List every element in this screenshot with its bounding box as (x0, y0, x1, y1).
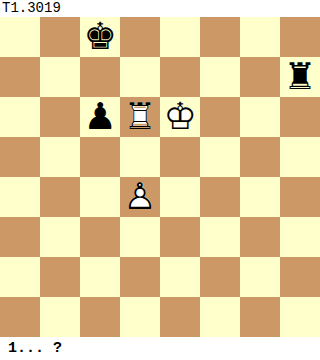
square-h7[interactable]: ♜ (280, 57, 320, 97)
square-c2[interactable] (80, 257, 120, 297)
square-e2[interactable] (160, 257, 200, 297)
black-king-glyph: ♚ (80, 17, 120, 57)
square-a4[interactable] (0, 177, 40, 217)
black-rook-glyph: ♜ (280, 57, 320, 97)
square-b7[interactable] (40, 57, 80, 97)
square-b6[interactable] (40, 97, 80, 137)
square-g4[interactable] (240, 177, 280, 217)
move-prompt: 1... ? (8, 340, 62, 357)
square-b5[interactable] (40, 137, 80, 177)
square-h3[interactable] (280, 217, 320, 257)
black-pawn[interactable]: ♟ (80, 97, 120, 137)
square-e1[interactable] (160, 297, 200, 337)
square-c6[interactable]: ♟ (80, 97, 120, 137)
square-b1[interactable] (40, 297, 80, 337)
white-pawn[interactable]: ♟♙ (120, 177, 160, 217)
square-b8[interactable] (40, 17, 80, 57)
white-king-outline: ♔ (160, 97, 200, 137)
square-e4[interactable] (160, 177, 200, 217)
square-a3[interactable] (0, 217, 40, 257)
square-d5[interactable] (120, 137, 160, 177)
square-c3[interactable] (80, 217, 120, 257)
square-h6[interactable] (280, 97, 320, 137)
square-e7[interactable] (160, 57, 200, 97)
square-h2[interactable] (280, 257, 320, 297)
square-f6[interactable] (200, 97, 240, 137)
square-g2[interactable] (240, 257, 280, 297)
square-a2[interactable] (0, 257, 40, 297)
square-c5[interactable] (80, 137, 120, 177)
chess-board: ♚♜♟♜♖♚♔♟♙ (0, 17, 320, 337)
white-king[interactable]: ♚♔ (160, 97, 200, 137)
square-a5[interactable] (0, 137, 40, 177)
square-f4[interactable] (200, 177, 240, 217)
square-d2[interactable] (120, 257, 160, 297)
square-h8[interactable] (280, 17, 320, 57)
square-g5[interactable] (240, 137, 280, 177)
square-e6[interactable]: ♚♔ (160, 97, 200, 137)
square-d8[interactable] (120, 17, 160, 57)
square-f3[interactable] (200, 217, 240, 257)
square-f1[interactable] (200, 297, 240, 337)
square-f8[interactable] (200, 17, 240, 57)
square-d1[interactable] (120, 297, 160, 337)
chess-puzzle-window: T1.3019 ♚♜♟♜♖♚♔♟♙ 1... ? (0, 0, 320, 360)
square-a6[interactable] (0, 97, 40, 137)
square-g8[interactable] (240, 17, 280, 57)
square-f2[interactable] (200, 257, 240, 297)
square-b3[interactable] (40, 217, 80, 257)
square-b2[interactable] (40, 257, 80, 297)
square-c7[interactable] (80, 57, 120, 97)
square-g7[interactable] (240, 57, 280, 97)
status-bar: 1... ? (0, 337, 320, 360)
black-rook[interactable]: ♜ (280, 57, 320, 97)
title-bar: T1.3019 (0, 0, 320, 17)
square-d3[interactable] (120, 217, 160, 257)
black-king[interactable]: ♚ (80, 17, 120, 57)
square-h5[interactable] (280, 137, 320, 177)
square-h1[interactable] (280, 297, 320, 337)
square-f7[interactable] (200, 57, 240, 97)
square-g3[interactable] (240, 217, 280, 257)
black-pawn-glyph: ♟ (80, 97, 120, 137)
square-e8[interactable] (160, 17, 200, 57)
square-d4[interactable]: ♟♙ (120, 177, 160, 217)
square-e5[interactable] (160, 137, 200, 177)
square-a8[interactable] (0, 17, 40, 57)
square-b4[interactable] (40, 177, 80, 217)
square-h4[interactable] (280, 177, 320, 217)
square-f5[interactable] (200, 137, 240, 177)
square-a7[interactable] (0, 57, 40, 97)
white-rook-outline: ♖ (120, 97, 160, 137)
square-g6[interactable] (240, 97, 280, 137)
square-c8[interactable]: ♚ (80, 17, 120, 57)
square-e3[interactable] (160, 217, 200, 257)
square-d7[interactable] (120, 57, 160, 97)
white-pawn-outline: ♙ (120, 177, 160, 217)
square-a1[interactable] (0, 297, 40, 337)
square-g1[interactable] (240, 297, 280, 337)
white-rook[interactable]: ♜♖ (120, 97, 160, 137)
square-c4[interactable] (80, 177, 120, 217)
square-d6[interactable]: ♜♖ (120, 97, 160, 137)
square-c1[interactable] (80, 297, 120, 337)
puzzle-id: T1.3019 (2, 0, 61, 17)
